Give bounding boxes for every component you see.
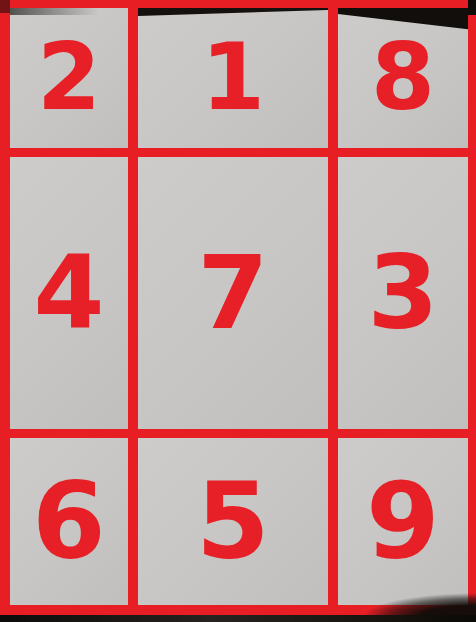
cell-r2c1: 4 — [10, 157, 128, 429]
photo-corner-dark — [468, 0, 476, 15]
cell-value: 3 — [368, 242, 439, 344]
paper-edge-shadow — [138, 8, 328, 17]
cell-r3c1: 6 — [10, 438, 128, 605]
cell-value: 8 — [371, 32, 435, 124]
cell-value: 2 — [37, 32, 101, 124]
cell-value: 4 — [34, 242, 105, 344]
cell-r2c2: 7 — [138, 157, 328, 429]
photo-corner-dark — [0, 0, 10, 13]
paper-edge-shadow — [10, 8, 128, 15]
cell-value: 9 — [366, 469, 440, 575]
cell-r1c3: 8 — [338, 8, 468, 148]
cell-value: 7 — [198, 242, 269, 344]
cell-r3c3: 9 — [338, 438, 468, 605]
number-grid: 2 1 8 4 7 3 6 5 9 — [0, 0, 476, 616]
puzzle-photo: 2 1 8 4 7 3 6 5 9 — [0, 0, 476, 622]
cell-value: 6 — [32, 469, 106, 575]
cell-value: 1 — [201, 32, 265, 124]
cell-r1c1: 2 — [10, 8, 128, 148]
cell-r3c2: 5 — [138, 438, 328, 605]
cell-r1c2: 1 — [138, 8, 328, 148]
cell-value: 5 — [196, 469, 270, 575]
cell-r2c3: 3 — [338, 157, 468, 429]
photo-edge-bottom — [0, 615, 476, 622]
